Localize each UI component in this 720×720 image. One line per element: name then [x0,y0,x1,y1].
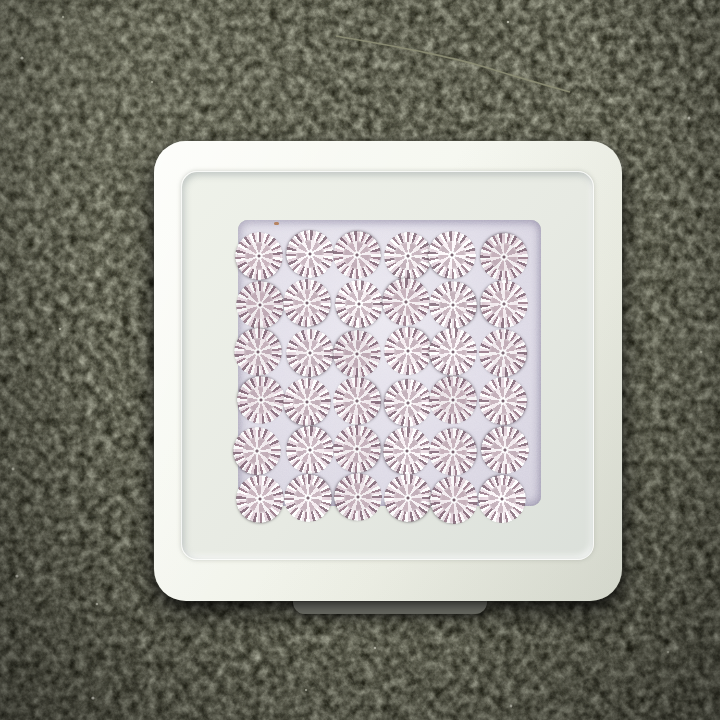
gem [275,272,338,335]
gem [278,373,335,430]
gem [333,377,382,426]
gem [330,274,389,333]
gem [231,325,286,380]
gem [326,224,388,286]
gem [425,471,483,529]
gem [470,369,535,434]
gem [422,420,485,483]
gem [284,229,335,280]
gem [424,370,483,429]
gem [426,277,481,332]
gem [379,469,437,527]
gem [276,466,340,530]
gem [422,321,485,384]
gem [231,276,289,334]
rust-speck [274,222,279,225]
gem [420,223,485,288]
gem [476,276,532,332]
gem [284,328,336,380]
gem [327,325,387,385]
photo-stage [0,0,720,720]
gem [285,425,334,474]
gem [331,470,385,524]
gem [231,228,287,284]
gem [471,469,532,530]
gem [235,474,286,525]
gem [475,228,533,286]
gem [328,419,387,478]
gem [384,379,432,427]
gem-grid [236,231,527,523]
